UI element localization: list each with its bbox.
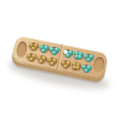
amber-gem <box>30 46 36 51</box>
pit-near-6[interactable] <box>81 63 93 74</box>
teal-gem <box>85 57 91 62</box>
amber-gem <box>49 61 55 66</box>
photo-background <box>0 0 120 120</box>
store-right[interactable] <box>92 56 106 75</box>
pit-near-4[interactable] <box>60 59 72 70</box>
pit-near-5[interactable] <box>70 61 82 72</box>
pit-far-5[interactable] <box>72 50 84 61</box>
teal-gem <box>65 53 71 58</box>
pit-near-2[interactable] <box>36 54 48 65</box>
amber-gem <box>28 56 34 61</box>
teal-gem <box>41 48 47 53</box>
amber-gem <box>62 63 68 68</box>
pit-near-1[interactable] <box>26 52 38 63</box>
pit-far-1[interactable] <box>28 41 40 52</box>
pit-far-6[interactable] <box>83 52 95 63</box>
amber-gem <box>38 58 44 63</box>
teal-gem <box>51 50 57 55</box>
pit-far-4[interactable] <box>62 48 74 59</box>
teal-gem <box>83 67 89 72</box>
pit-far-2[interactable] <box>38 43 50 54</box>
